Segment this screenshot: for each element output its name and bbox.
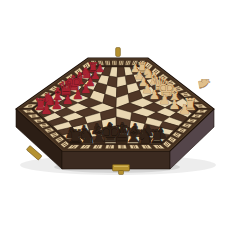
red-pawn[interactable]: ♟ (40, 102, 52, 117)
red-pawn[interactable]: ♟ (62, 92, 73, 107)
border-plaque (112, 61, 117, 66)
three-player-chess-board: ♜♜♟♟♞♞♟♟♝♝♞♟♟♚♛♟♟♛♚♟♟♝♝♟♟♞♟♟♜♜♟♟♟♟♟♟♟♟♟♟… (0, 0, 228, 228)
red-pawn[interactable]: ♟ (51, 97, 63, 112)
dark-rook[interactable]: ♜ (148, 126, 165, 147)
red-pawn[interactable]: ♟ (72, 87, 83, 102)
border-plaque (105, 61, 110, 66)
product-photo: ♜♜♟♟♞♞♟♟♝♝♞♟♟♚♛♟♟♛♚♟♟♝♝♟♟♞♟♟♜♜♟♟♟♟♟♟♟♟♟♟… (0, 0, 228, 228)
dark-rook[interactable]: ♜ (67, 126, 84, 147)
natural-knight-fallen[interactable]: ♞ (194, 75, 214, 92)
brass-pin (116, 48, 121, 57)
natural-pawn[interactable]: ♟ (179, 102, 191, 117)
cell[interactable] (117, 67, 125, 77)
